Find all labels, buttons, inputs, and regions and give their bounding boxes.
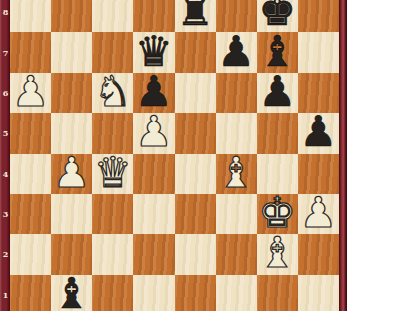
rank-label-4: 4 [0, 154, 10, 194]
square-h2[interactable] [298, 234, 339, 274]
square-g5[interactable] [257, 113, 298, 153]
white-queen[interactable]: ♛ [94, 153, 132, 193]
rank-label-3: 3 [0, 194, 10, 234]
square-e1[interactable] [175, 275, 216, 311]
square-e4[interactable] [175, 154, 216, 194]
square-e5[interactable] [175, 113, 216, 153]
square-f2[interactable] [216, 234, 257, 274]
square-e7[interactable] [175, 32, 216, 72]
square-h5[interactable]: ♟ [298, 113, 339, 153]
black-pawn[interactable]: ♟ [258, 72, 296, 112]
square-b8[interactable] [51, 0, 92, 32]
white-pawn[interactable]: ♟ [300, 193, 338, 233]
square-a5[interactable] [10, 113, 51, 153]
chess-diagram: 8 7 6 5 4 3 2 1 ♜♚♛♟♝♟♞♟♟♟♟♟♛♝♚♟♝♝ [0, 0, 414, 311]
square-d2[interactable] [133, 234, 174, 274]
white-knight[interactable]: ♞ [94, 72, 132, 112]
square-c1[interactable] [92, 275, 133, 311]
square-f4[interactable]: ♝ [216, 154, 257, 194]
black-bishop[interactable]: ♝ [53, 274, 91, 311]
white-bishop[interactable]: ♝ [217, 153, 255, 193]
square-e3[interactable] [175, 194, 216, 234]
black-queen[interactable]: ♛ [135, 32, 173, 72]
rank-label-6: 6 [0, 73, 10, 113]
square-c3[interactable] [92, 194, 133, 234]
square-a1[interactable] [10, 275, 51, 311]
square-b7[interactable] [51, 32, 92, 72]
square-c8[interactable] [92, 0, 133, 32]
square-h8[interactable] [298, 0, 339, 32]
square-h7[interactable] [298, 32, 339, 72]
square-e8[interactable]: ♜ [175, 0, 216, 32]
square-b6[interactable] [51, 73, 92, 113]
square-a8[interactable] [10, 0, 51, 32]
square-a6[interactable]: ♟ [10, 73, 51, 113]
square-f7[interactable]: ♟ [216, 32, 257, 72]
square-b1[interactable]: ♝ [51, 275, 92, 311]
rank-label-1: 1 [0, 275, 10, 311]
square-b3[interactable] [51, 194, 92, 234]
square-f3[interactable] [216, 194, 257, 234]
black-bishop[interactable]: ♝ [258, 32, 296, 72]
square-a4[interactable] [10, 154, 51, 194]
square-h3[interactable]: ♟ [298, 194, 339, 234]
rank-label-5: 5 [0, 113, 10, 153]
square-d5[interactable]: ♟ [133, 113, 174, 153]
chess-board[interactable]: ♜♚♛♟♝♟♞♟♟♟♟♟♛♝♚♟♝♝ [10, 0, 339, 311]
black-pawn[interactable]: ♟ [217, 32, 255, 72]
rank-label-7: 7 [0, 32, 10, 72]
square-e2[interactable] [175, 234, 216, 274]
white-bishop[interactable]: ♝ [258, 233, 296, 273]
square-d1[interactable] [133, 275, 174, 311]
square-g1[interactable] [257, 275, 298, 311]
square-c6[interactable]: ♞ [92, 73, 133, 113]
square-a2[interactable] [10, 234, 51, 274]
square-c4[interactable]: ♛ [92, 154, 133, 194]
square-g6[interactable]: ♟ [257, 73, 298, 113]
square-g2[interactable]: ♝ [257, 234, 298, 274]
square-a3[interactable] [10, 194, 51, 234]
white-pawn[interactable]: ♟ [135, 112, 173, 152]
square-d4[interactable] [133, 154, 174, 194]
square-c2[interactable] [92, 234, 133, 274]
square-d3[interactable] [133, 194, 174, 234]
square-f6[interactable] [216, 73, 257, 113]
square-e6[interactable] [175, 73, 216, 113]
rank-label-2: 2 [0, 234, 10, 274]
square-b4[interactable]: ♟ [51, 154, 92, 194]
white-pawn[interactable]: ♟ [53, 153, 91, 193]
black-pawn[interactable]: ♟ [135, 72, 173, 112]
white-king[interactable]: ♚ [258, 193, 296, 233]
square-h1[interactable] [298, 275, 339, 311]
white-pawn[interactable]: ♟ [12, 72, 50, 112]
rank-labels: 8 7 6 5 4 3 2 1 [0, 0, 10, 311]
rank-label-8: 8 [0, 0, 10, 32]
black-pawn[interactable]: ♟ [300, 112, 338, 152]
square-f1[interactable] [216, 275, 257, 311]
board-right-edge [339, 0, 347, 311]
black-rook[interactable]: ♜ [176, 0, 214, 31]
